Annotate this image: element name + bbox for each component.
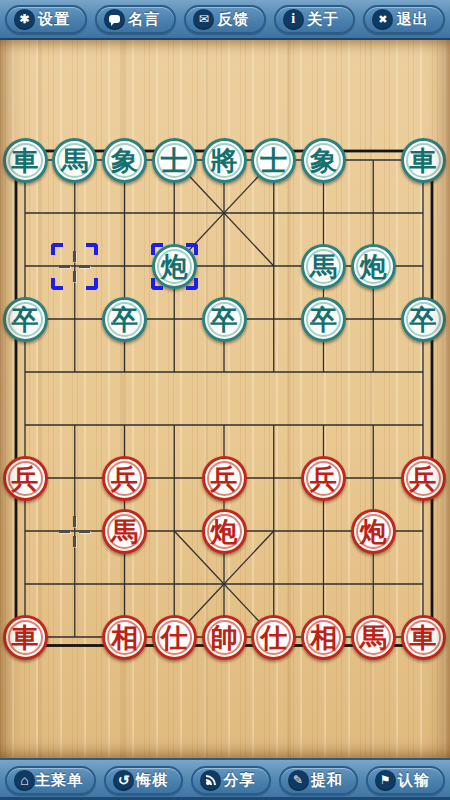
board-intersection[interactable]: 卒 <box>299 293 349 346</box>
board-intersection[interactable]: 車 <box>398 134 448 187</box>
piece-red-兵[interactable]: 兵 <box>301 456 346 501</box>
main-menu-button[interactable]: ⌂ 主菜单 <box>5 766 96 795</box>
board-intersection[interactable]: 卒 <box>398 293 448 346</box>
xiangqi-board: 車馬象士將士象車炮馬炮卒卒卒卒卒兵兵兵兵兵馬炮炮車相仕帥仕相馬車 <box>0 40 450 758</box>
piece-red-兵[interactable]: 兵 <box>3 456 48 501</box>
gear-icon: ✱ <box>14 9 35 30</box>
piece-black-馬[interactable]: 馬 <box>301 244 346 289</box>
top-toolbar: ✱ 设置 名言 ✉ 反馈 i 关于 ✖ 退出 <box>0 0 450 40</box>
piece-black-卒[interactable]: 卒 <box>3 297 48 342</box>
board-intersection[interactable]: 將 <box>199 134 249 187</box>
undo-move-button-label: 悔棋 <box>134 771 174 790</box>
board-intersection[interactable]: 馬 <box>100 505 150 558</box>
exit-button[interactable]: ✖ 退出 <box>363 5 445 34</box>
board-intersection[interactable]: 兵 <box>100 452 150 505</box>
envelope-icon: ✉ <box>193 9 214 30</box>
board-intersection[interactable]: 相 <box>100 611 150 664</box>
board-intersection[interactable]: 炮 <box>348 240 398 293</box>
piece-red-炮[interactable]: 炮 <box>202 509 247 554</box>
piece-black-車[interactable]: 車 <box>401 138 446 183</box>
board-intersection[interactable]: 卒 <box>199 293 249 346</box>
piece-red-相[interactable]: 相 <box>102 615 147 660</box>
pencil-icon: ✎ <box>288 770 309 791</box>
settings-button-label: 设置 <box>35 10 78 29</box>
board-intersection[interactable]: 車 <box>0 134 50 187</box>
board-intersection[interactable]: 兵 <box>0 452 50 505</box>
board-intersection[interactable]: 車 <box>398 611 448 664</box>
piece-red-帥[interactable]: 帥 <box>202 615 247 660</box>
undo-move-button[interactable]: ↺ 悔棋 <box>104 766 183 795</box>
board-intersection[interactable]: 仕 <box>249 611 299 664</box>
board-grid[interactable]: 車馬象士將士象車炮馬炮卒卒卒卒卒兵兵兵兵兵馬炮炮車相仕帥仕相馬車 <box>0 134 448 664</box>
bottom-toolbar: ⌂ 主菜单 ↺ 悔棋 分享 ✎ 提和 ⚑ 认输 <box>0 758 450 800</box>
board-intersection[interactable]: 士 <box>149 134 199 187</box>
piece-red-炮[interactable]: 炮 <box>351 509 396 554</box>
board-intersection[interactable]: 馬 <box>299 240 349 293</box>
move-origin-crosshair <box>59 516 90 547</box>
last-move-bracket <box>51 243 98 290</box>
piece-red-馬[interactable]: 馬 <box>102 509 147 554</box>
piece-red-兵[interactable]: 兵 <box>102 456 147 501</box>
piece-black-象[interactable]: 象 <box>301 138 346 183</box>
piece-black-車[interactable]: 車 <box>3 138 48 183</box>
board-intersection[interactable]: 象 <box>100 134 150 187</box>
piece-black-卒[interactable]: 卒 <box>301 297 346 342</box>
quotes-button[interactable]: 名言 <box>95 5 177 34</box>
board-intersection[interactable]: 卒 <box>0 293 50 346</box>
piece-black-炮[interactable]: 炮 <box>351 244 396 289</box>
board-intersection[interactable]: 炮 <box>199 505 249 558</box>
resign-button-label: 认输 <box>396 771 436 790</box>
board-intersection[interactable]: 象 <box>299 134 349 187</box>
board-intersection[interactable]: 兵 <box>199 452 249 505</box>
board-intersection[interactable]: 兵 <box>398 452 448 505</box>
quotes-button-label: 名言 <box>125 10 168 29</box>
piece-black-卒[interactable]: 卒 <box>102 297 147 342</box>
board-intersection[interactable]: 帥 <box>199 611 249 664</box>
offer-draw-button-label: 提和 <box>309 771 349 790</box>
piece-red-仕[interactable]: 仕 <box>152 615 197 660</box>
flag-icon: ⚑ <box>375 770 396 791</box>
board-intersection[interactable]: 相 <box>299 611 349 664</box>
settings-button[interactable]: ✱ 设置 <box>5 5 87 34</box>
piece-black-卒[interactable]: 卒 <box>202 297 247 342</box>
close-icon: ✖ <box>372 9 393 30</box>
board-intersection[interactable]: 車 <box>0 611 50 664</box>
board-intersection[interactable]: 炮 <box>348 505 398 558</box>
board-intersection[interactable] <box>50 505 100 558</box>
piece-black-卒[interactable]: 卒 <box>401 297 446 342</box>
piece-black-炮[interactable]: 炮 <box>152 244 197 289</box>
board-intersection[interactable] <box>50 240 100 293</box>
board-intersection[interactable]: 卒 <box>100 293 150 346</box>
board-intersection[interactable]: 士 <box>249 134 299 187</box>
piece-black-士[interactable]: 士 <box>251 138 296 183</box>
board-intersection[interactable]: 兵 <box>299 452 349 505</box>
offer-draw-button[interactable]: ✎ 提和 <box>279 766 358 795</box>
share-button[interactable]: 分享 <box>191 766 270 795</box>
share-button-label: 分享 <box>221 771 261 790</box>
board-intersection[interactable]: 仕 <box>149 611 199 664</box>
piece-red-兵[interactable]: 兵 <box>202 456 247 501</box>
piece-red-車[interactable]: 車 <box>401 615 446 660</box>
piece-red-相[interactable]: 相 <box>301 615 346 660</box>
undo-icon: ↺ <box>113 770 134 791</box>
board-intersection[interactable]: 馬 <box>50 134 100 187</box>
home-icon: ⌂ <box>14 770 35 791</box>
piece-black-士[interactable]: 士 <box>152 138 197 183</box>
resign-button[interactable]: ⚑ 认输 <box>366 766 445 795</box>
about-button[interactable]: i 关于 <box>274 5 356 34</box>
main-menu-button-label: 主菜单 <box>35 771 87 790</box>
piece-black-將[interactable]: 將 <box>202 138 247 183</box>
board-intersection[interactable]: 馬 <box>348 611 398 664</box>
exit-button-label: 退出 <box>393 10 436 29</box>
piece-black-馬[interactable]: 馬 <box>52 138 97 183</box>
info-icon: i <box>283 9 304 30</box>
piece-red-兵[interactable]: 兵 <box>401 456 446 501</box>
speech-bubble-icon <box>104 9 125 30</box>
piece-red-馬[interactable]: 馬 <box>351 615 396 660</box>
feedback-button-label: 反馈 <box>214 10 257 29</box>
piece-black-象[interactable]: 象 <box>102 138 147 183</box>
piece-red-仕[interactable]: 仕 <box>251 615 296 660</box>
piece-red-車[interactable]: 車 <box>3 615 48 660</box>
feedback-button[interactable]: ✉ 反馈 <box>184 5 266 34</box>
about-button-label: 关于 <box>304 10 347 29</box>
share-icon <box>200 770 221 791</box>
